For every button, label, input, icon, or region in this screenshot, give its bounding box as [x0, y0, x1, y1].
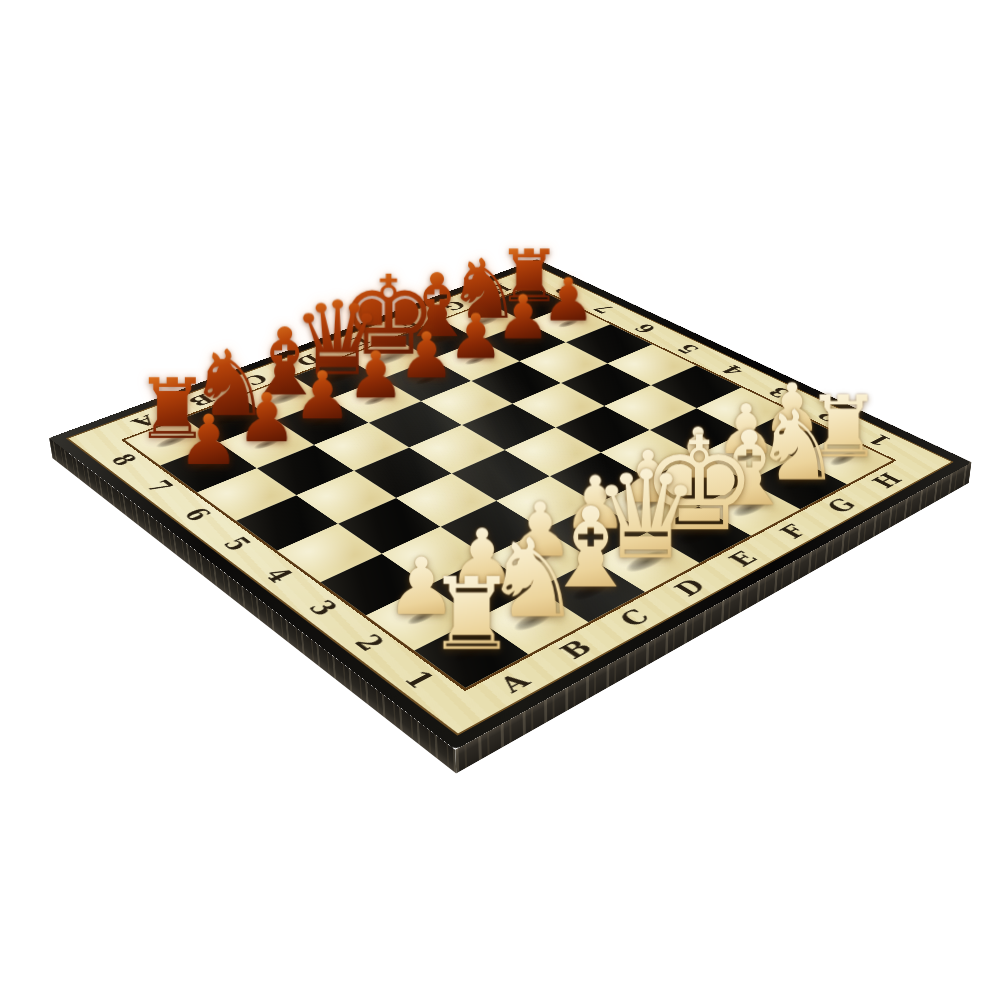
scene: ABCDEFGH ABCDEFGH 87654321 87654321 ♜♞♝♛…: [0, 0, 1000, 1000]
product-photo-background: ABCDEFGH ABCDEFGH 87654321 87654321 ♜♞♝♛…: [0, 0, 1000, 1000]
pieces-layer: ♜♞♝♛♚♝♞♜♟♟♟♟♟♟♟♟♟♟♟♟♟♟♟♟♜♞♝♛♚♝♞♜: [125, 286, 892, 688]
white-rook-glyph: ♜: [427, 564, 517, 664]
chess-board: ABCDEFGH ABCDEFGH 87654321 87654321 ♜♞♝♛…: [49, 259, 971, 749]
black-pawn-glyph: ♟: [178, 406, 240, 475]
